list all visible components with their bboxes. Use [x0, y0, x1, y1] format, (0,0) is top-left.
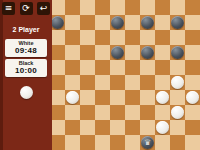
square-r0c9[interactable]	[185, 0, 200, 15]
square-r4c6[interactable]	[140, 60, 155, 75]
square-r3c7[interactable]	[155, 45, 170, 60]
black-man-piece[interactable]	[171, 16, 184, 29]
white-man-piece[interactable]	[171, 76, 184, 89]
square-r5c9[interactable]	[185, 75, 200, 90]
black-man-piece[interactable]	[141, 46, 154, 59]
square-r6c3[interactable]	[95, 90, 110, 105]
square-r6c9[interactable]	[185, 90, 200, 105]
square-r0c0[interactable]	[50, 0, 65, 15]
square-r0c5[interactable]	[125, 0, 140, 15]
black-king-piece[interactable]: ♛	[141, 136, 154, 149]
square-r5c8[interactable]	[170, 75, 185, 90]
square-r6c4[interactable]	[110, 90, 125, 105]
square-r6c1[interactable]	[65, 90, 80, 105]
square-r6c5[interactable]	[125, 90, 140, 105]
square-r8c4[interactable]	[110, 120, 125, 135]
square-r4c3[interactable]	[95, 60, 110, 75]
square-r9c9[interactable]	[185, 135, 200, 150]
sidebar: ≡ ⟳ ↩ 2 Player White 09:48 Black 10:00	[0, 0, 52, 150]
square-r7c9[interactable]	[185, 105, 200, 120]
white-man-piece[interactable]	[156, 91, 169, 104]
toolbar: ≡ ⟳ ↩	[2, 2, 50, 15]
square-r9c8[interactable]	[170, 135, 185, 150]
square-r1c7[interactable]	[155, 15, 170, 30]
square-r3c0[interactable]	[50, 45, 65, 60]
square-r2c5[interactable]	[125, 30, 140, 45]
square-r8c0[interactable]	[50, 120, 65, 135]
square-r1c6[interactable]	[140, 15, 155, 30]
turn-indicator-white-piece	[20, 86, 33, 99]
square-r0c6[interactable]	[140, 0, 155, 15]
black-man-piece[interactable]	[51, 16, 64, 29]
square-r3c6[interactable]	[140, 45, 155, 60]
game-window: ♛ ≡ ⟳ ↩ 2 Player White 09:48 Black 10:00	[0, 0, 200, 150]
square-r0c7[interactable]	[155, 0, 170, 15]
black-clock-time: 10:00	[5, 66, 47, 75]
square-r8c1[interactable]	[65, 120, 80, 135]
square-r9c1[interactable]	[65, 135, 80, 150]
square-r0c8[interactable]	[170, 0, 185, 15]
square-r5c5[interactable]	[125, 75, 140, 90]
square-r4c7[interactable]	[155, 60, 170, 75]
square-r0c4[interactable]	[110, 0, 125, 15]
square-r1c4[interactable]	[110, 15, 125, 30]
square-r2c7[interactable]	[155, 30, 170, 45]
square-r9c3[interactable]	[95, 135, 110, 150]
white-man-piece[interactable]	[171, 106, 184, 119]
restart-icon[interactable]: ⟳	[20, 2, 33, 15]
square-r9c2[interactable]	[80, 135, 95, 150]
square-r4c2[interactable]	[80, 60, 95, 75]
square-r8c3[interactable]	[95, 120, 110, 135]
white-man-piece[interactable]	[186, 91, 199, 104]
square-r9c5[interactable]	[125, 135, 140, 150]
square-r8c2[interactable]	[80, 120, 95, 135]
checkers-board[interactable]: ♛	[50, 0, 200, 150]
black-man-piece[interactable]	[171, 46, 184, 59]
square-r3c1[interactable]	[65, 45, 80, 60]
square-r3c5[interactable]	[125, 45, 140, 60]
square-r1c9[interactable]	[185, 15, 200, 30]
square-r6c7[interactable]	[155, 90, 170, 105]
menu-icon[interactable]: ≡	[2, 2, 15, 15]
square-r3c8[interactable]	[170, 45, 185, 60]
square-r5c1[interactable]	[65, 75, 80, 90]
square-r8c5[interactable]	[125, 120, 140, 135]
square-r1c0[interactable]	[50, 15, 65, 30]
square-r8c7[interactable]	[155, 120, 170, 135]
square-r4c8[interactable]	[170, 60, 185, 75]
square-r7c8[interactable]	[170, 105, 185, 120]
king-crown-icon: ♛	[144, 139, 151, 147]
square-r4c4[interactable]	[110, 60, 125, 75]
square-r8c8[interactable]	[170, 120, 185, 135]
square-r5c0[interactable]	[50, 75, 65, 90]
square-r2c1[interactable]	[65, 30, 80, 45]
black-man-piece[interactable]	[141, 16, 154, 29]
square-r1c5[interactable]	[125, 15, 140, 30]
black-man-piece[interactable]	[111, 16, 124, 29]
square-r0c2[interactable]	[80, 0, 95, 15]
square-r7c1[interactable]	[65, 105, 80, 120]
square-r6c6[interactable]	[140, 90, 155, 105]
square-r1c2[interactable]	[80, 15, 95, 30]
square-r7c5[interactable]	[125, 105, 140, 120]
sidebar-edge-strip	[0, 0, 3, 150]
undo-icon[interactable]: ↩	[37, 2, 50, 15]
square-r3c9[interactable]	[185, 45, 200, 60]
square-r0c1[interactable]	[65, 0, 80, 15]
square-r2c4[interactable]	[110, 30, 125, 45]
square-r1c3[interactable]	[95, 15, 110, 30]
square-r2c9[interactable]	[185, 30, 200, 45]
square-r2c8[interactable]	[170, 30, 185, 45]
square-r4c5[interactable]	[125, 60, 140, 75]
square-r7c0[interactable]	[50, 105, 65, 120]
square-r6c2[interactable]	[80, 90, 95, 105]
square-r9c6[interactable]: ♛	[140, 135, 155, 150]
white-man-piece[interactable]	[66, 91, 79, 104]
square-r4c1[interactable]	[65, 60, 80, 75]
white-clock-time: 09:48	[5, 46, 47, 55]
square-r2c3[interactable]	[95, 30, 110, 45]
square-r0c3[interactable]	[95, 0, 110, 15]
square-r1c8[interactable]	[170, 15, 185, 30]
white-clock-card: White 09:48	[5, 39, 47, 57]
square-r9c0[interactable]	[50, 135, 65, 150]
black-clock-card: Black 10:00	[5, 59, 47, 77]
game-mode-label: 2 Player	[0, 26, 52, 33]
square-r7c6[interactable]	[140, 105, 155, 120]
square-r3c3[interactable]	[95, 45, 110, 60]
square-r7c4[interactable]	[110, 105, 125, 120]
square-r8c6[interactable]	[140, 120, 155, 135]
square-r4c0[interactable]	[50, 60, 65, 75]
square-r7c3[interactable]	[95, 105, 110, 120]
black-man-piece[interactable]	[111, 46, 124, 59]
square-r3c4[interactable]	[110, 45, 125, 60]
square-r2c6[interactable]	[140, 30, 155, 45]
square-r3c2[interactable]	[80, 45, 95, 60]
square-r5c2[interactable]	[80, 75, 95, 90]
square-r2c2[interactable]	[80, 30, 95, 45]
square-r7c7[interactable]	[155, 105, 170, 120]
square-r6c0[interactable]	[50, 90, 65, 105]
square-r5c6[interactable]	[140, 75, 155, 90]
square-r1c1[interactable]	[65, 15, 80, 30]
square-r5c7[interactable]	[155, 75, 170, 90]
square-r2c0[interactable]	[50, 30, 65, 45]
square-r6c8[interactable]	[170, 90, 185, 105]
square-r7c2[interactable]	[80, 105, 95, 120]
square-r9c4[interactable]	[110, 135, 125, 150]
square-r4c9[interactable]	[185, 60, 200, 75]
square-r5c3[interactable]	[95, 75, 110, 90]
square-r5c4[interactable]	[110, 75, 125, 90]
square-r8c9[interactable]	[185, 120, 200, 135]
square-r9c7[interactable]	[155, 135, 170, 150]
white-man-piece[interactable]	[156, 121, 169, 134]
